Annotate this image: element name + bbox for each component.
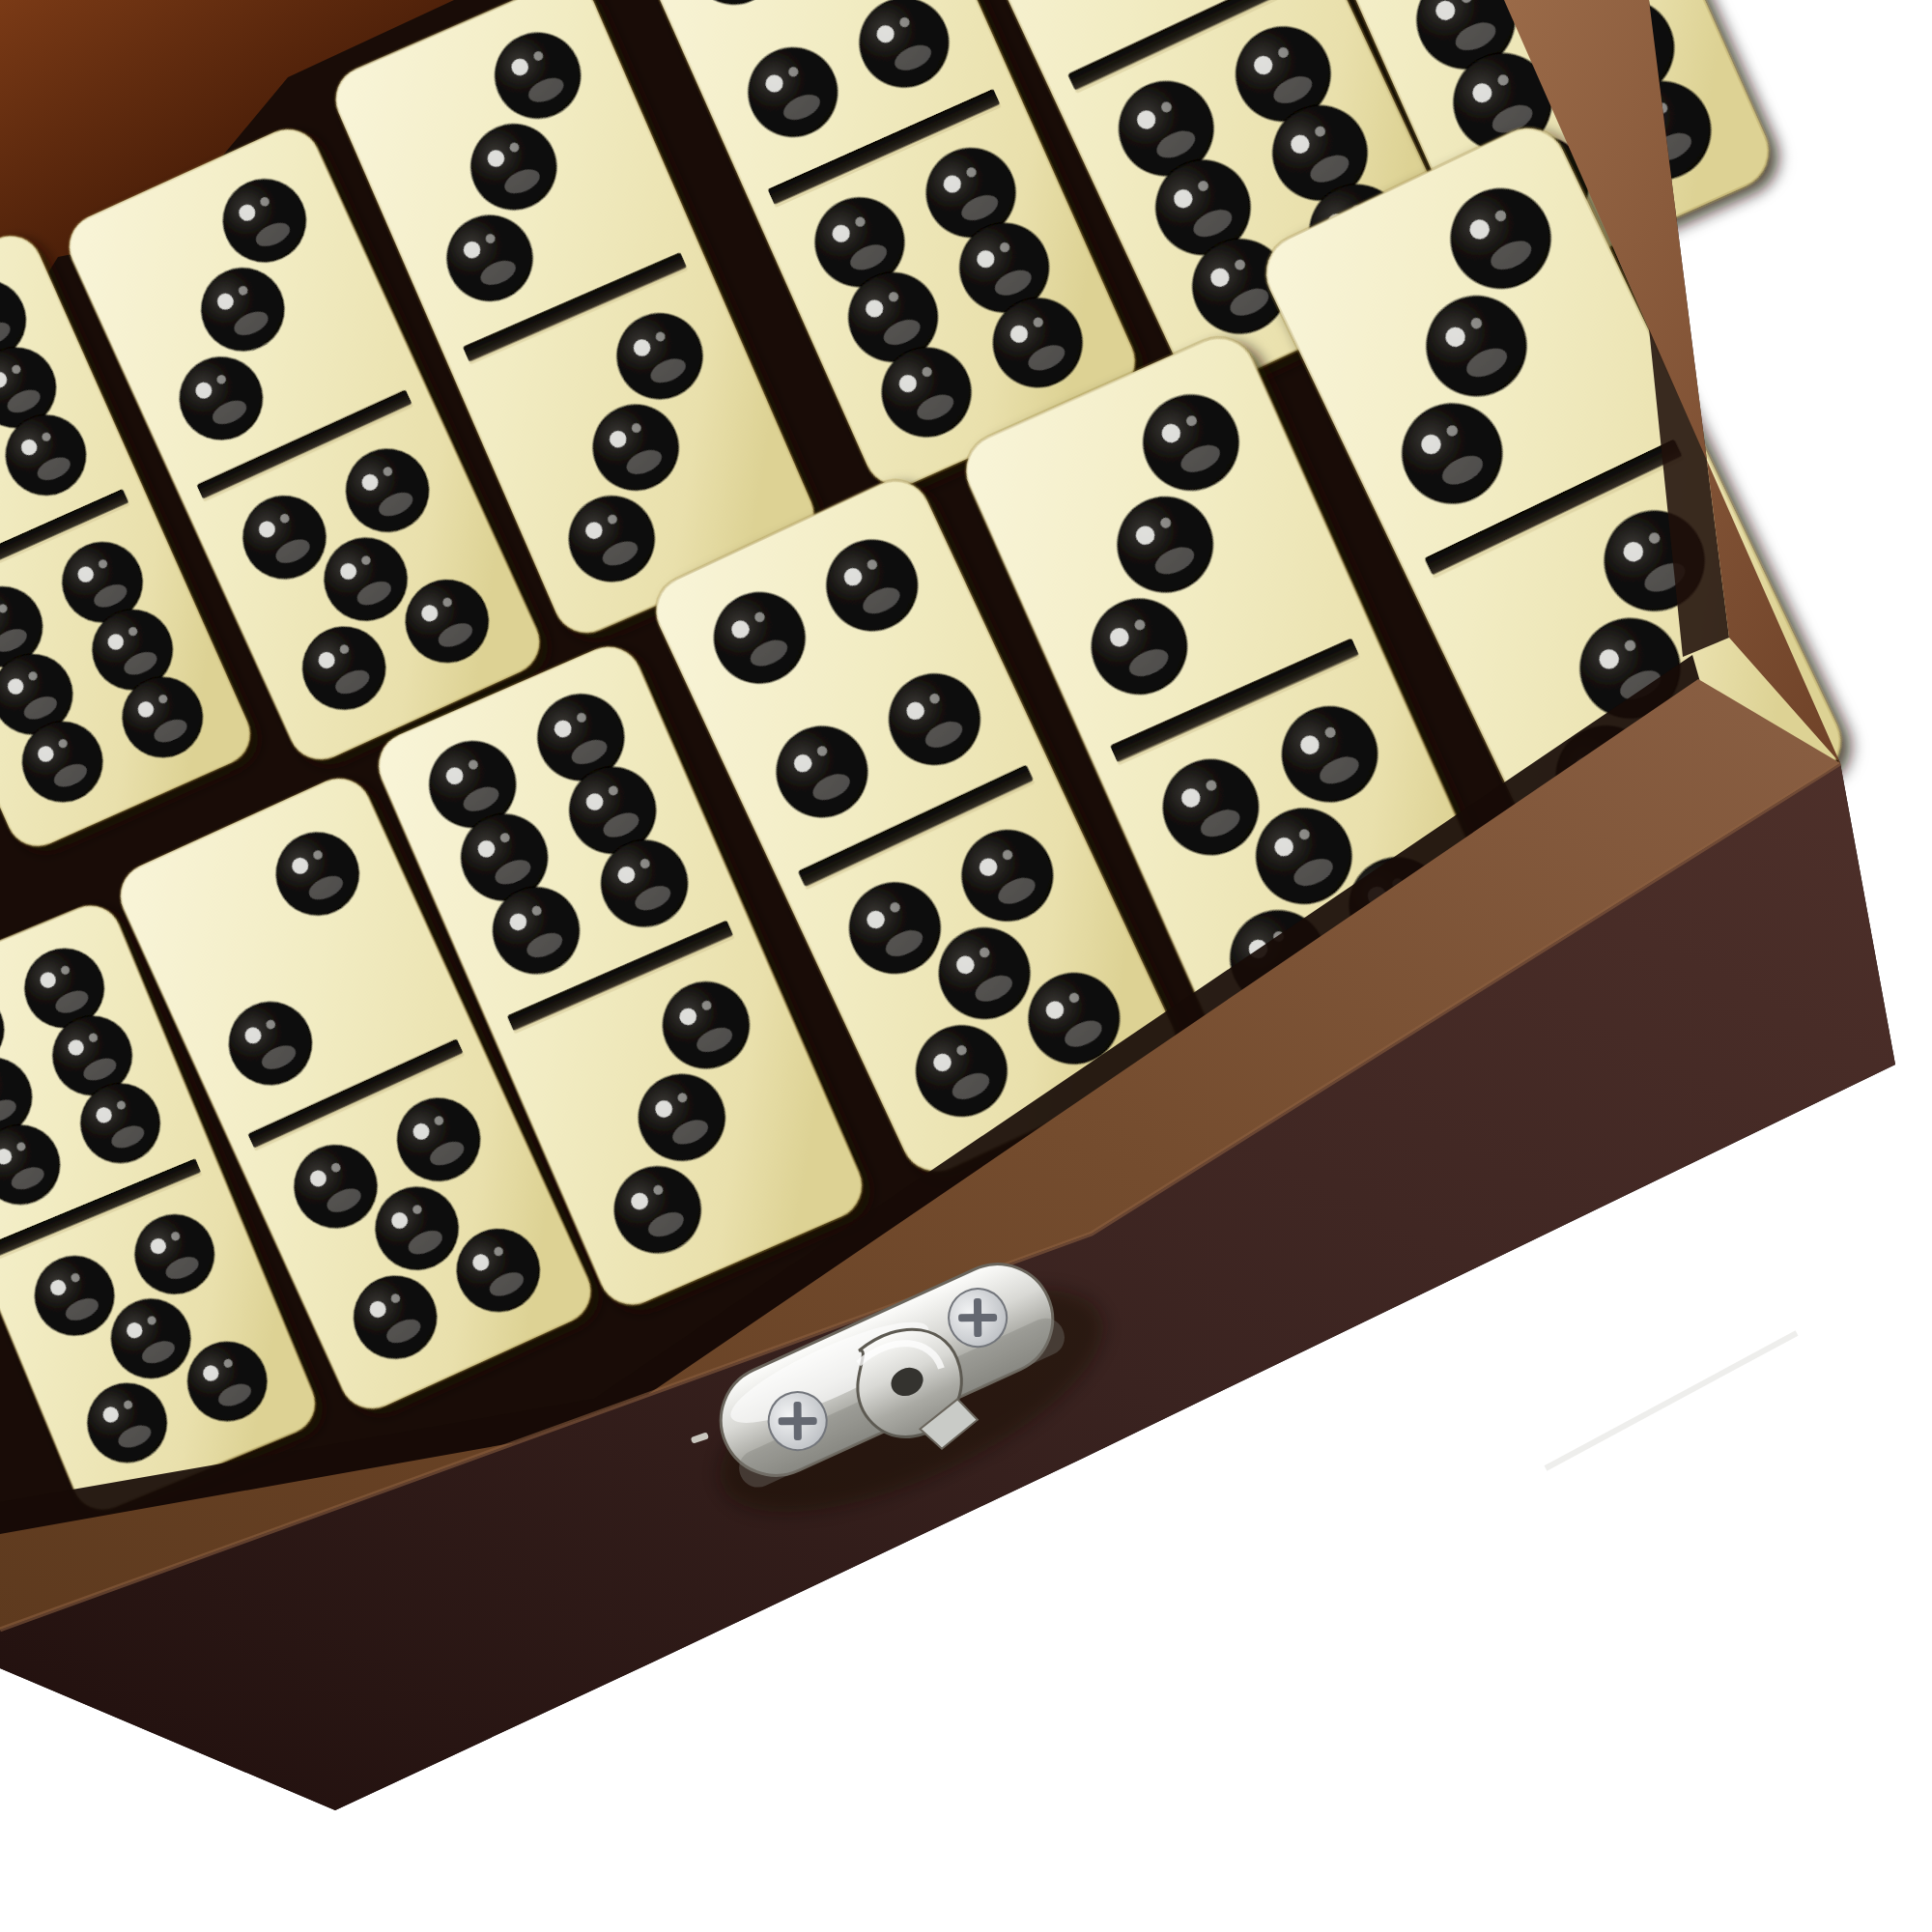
scene: [0, 0, 1932, 1932]
photo-canvas: Double-six domino set in a dark wooden c…: [0, 0, 1932, 1932]
